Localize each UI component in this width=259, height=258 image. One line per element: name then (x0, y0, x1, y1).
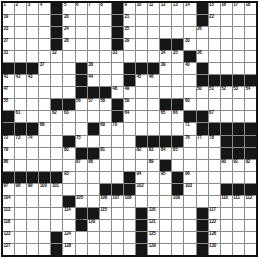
grid-cell[interactable] (76, 184, 87, 195)
grid-cell[interactable] (233, 39, 244, 50)
grid-cell[interactable]: 91 (233, 160, 244, 171)
grid-cell[interactable] (184, 220, 195, 231)
grid-cell[interactable] (27, 87, 38, 98)
grid-cell[interactable]: 26 (197, 27, 208, 38)
grid-cell[interactable] (100, 39, 111, 50)
grid-cell[interactable]: 89 (148, 160, 159, 171)
grid-cell[interactable] (15, 148, 26, 159)
grid-cell[interactable] (51, 136, 62, 147)
grid-cell[interactable] (27, 220, 38, 231)
grid-cell[interactable] (245, 244, 256, 255)
grid-cell[interactable]: 11 (148, 3, 159, 14)
grid-cell[interactable] (15, 39, 26, 50)
grid-cell[interactable] (221, 208, 232, 219)
grid-cell[interactable] (39, 39, 50, 50)
grid-cell[interactable] (209, 160, 220, 171)
grid-cell[interactable] (136, 123, 147, 134)
grid-cell[interactable] (100, 220, 111, 231)
grid-cell[interactable]: 87 (76, 160, 87, 171)
grid-cell[interactable] (39, 27, 50, 38)
grid-cell[interactable]: 69 (100, 123, 111, 134)
grid-cell[interactable] (39, 99, 50, 110)
grid-cell[interactable]: 82 (136, 148, 147, 159)
grid-cell[interactable]: 46 (148, 75, 159, 86)
grid-cell[interactable]: 111 (233, 196, 244, 207)
grid-cell[interactable]: 36 (197, 51, 208, 62)
grid-cell[interactable]: 23 (3, 27, 14, 38)
grid-cell[interactable] (245, 232, 256, 243)
grid-cell[interactable]: 92 (245, 160, 256, 171)
grid-cell[interactable] (148, 27, 159, 38)
grid-cell[interactable] (15, 220, 26, 231)
grid-cell[interactable]: 130 (209, 244, 220, 255)
grid-cell[interactable] (148, 87, 159, 98)
grid-cell[interactable]: 102 (136, 184, 147, 195)
grid-cell[interactable] (197, 184, 208, 195)
grid-cell[interactable]: 55 (3, 99, 14, 110)
grid-cell[interactable] (63, 220, 74, 231)
grid-cell[interactable] (27, 208, 38, 219)
grid-cell[interactable]: 16 (221, 3, 232, 14)
grid-cell[interactable] (124, 208, 135, 219)
grid-cell[interactable]: 54 (245, 87, 256, 98)
grid-cell[interactable]: 7 (88, 3, 99, 14)
grid-cell[interactable]: 115 (100, 208, 111, 219)
grid-cell[interactable] (184, 160, 195, 171)
grid-cell[interactable]: 27 (3, 39, 14, 50)
grid-cell[interactable] (39, 208, 50, 219)
grid-cell[interactable]: 114 (63, 208, 74, 219)
grid-cell[interactable]: 121 (148, 220, 159, 231)
grid-cell[interactable] (112, 63, 123, 74)
grid-cell[interactable]: 48 (112, 87, 123, 98)
grid-cell[interactable] (15, 99, 26, 110)
grid-cell[interactable] (124, 51, 135, 62)
grid-cell[interactable] (172, 15, 183, 26)
grid-cell[interactable]: 79 (3, 148, 14, 159)
grid-cell[interactable] (88, 111, 99, 122)
grid-cell[interactable] (51, 160, 62, 171)
grid-cell[interactable] (172, 160, 183, 171)
grid-cell[interactable]: 53 (233, 87, 244, 98)
grid-cell[interactable]: 43 (27, 75, 38, 86)
grid-cell[interactable] (209, 27, 220, 38)
grid-cell[interactable] (88, 172, 99, 183)
grid-cell[interactable] (39, 220, 50, 231)
grid-cell[interactable] (160, 232, 171, 243)
grid-cell[interactable]: 78 (209, 136, 220, 147)
grid-cell[interactable] (172, 220, 183, 231)
grid-cell[interactable]: 127 (3, 244, 14, 255)
grid-cell[interactable] (39, 148, 50, 159)
grid-cell[interactable] (148, 196, 159, 207)
grid-cell[interactable] (88, 232, 99, 243)
grid-cell[interactable]: 100 (39, 184, 50, 195)
grid-cell[interactable]: 29 (124, 39, 135, 50)
grid-cell[interactable]: 124 (63, 232, 74, 243)
grid-cell[interactable] (221, 244, 232, 255)
grid-cell[interactable] (148, 172, 159, 183)
grid-cell[interactable] (221, 220, 232, 231)
grid-cell[interactable] (27, 27, 38, 38)
grid-cell[interactable]: 60 (184, 99, 195, 110)
grid-cell[interactable]: 94 (136, 172, 147, 183)
grid-cell[interactable] (100, 232, 111, 243)
grid-cell[interactable]: 12 (160, 3, 171, 14)
grid-cell[interactable]: 128 (63, 244, 74, 255)
grid-cell[interactable] (39, 232, 50, 243)
grid-cell[interactable]: 6 (76, 3, 87, 14)
grid-cell[interactable]: 17 (233, 3, 244, 14)
grid-cell[interactable]: 118 (3, 220, 14, 231)
grid-cell[interactable] (51, 75, 62, 86)
grid-cell[interactable] (184, 208, 195, 219)
grid-cell[interactable] (233, 27, 244, 38)
grid-cell[interactable] (15, 232, 26, 243)
grid-cell[interactable]: 44 (88, 75, 99, 86)
grid-cell[interactable] (51, 196, 62, 207)
grid-cell[interactable]: 57 (88, 99, 99, 110)
grid-cell[interactable]: 107 (112, 196, 123, 207)
grid-cell[interactable]: 25 (124, 27, 135, 38)
grid-cell[interactable] (112, 232, 123, 243)
grid-cell[interactable] (160, 184, 171, 195)
grid-cell[interactable] (148, 99, 159, 110)
grid-cell[interactable] (63, 184, 74, 195)
grid-cell[interactable] (27, 148, 38, 159)
grid-cell[interactable]: 40 (184, 63, 195, 74)
grid-cell[interactable] (76, 15, 87, 26)
grid-cell[interactable] (27, 51, 38, 62)
grid-cell[interactable] (160, 208, 171, 219)
grid-cell[interactable]: 52 (221, 87, 232, 98)
grid-cell[interactable]: 2 (15, 3, 26, 14)
grid-cell[interactable] (76, 39, 87, 50)
grid-cell[interactable]: 99 (27, 184, 38, 195)
grid-cell[interactable] (100, 172, 111, 183)
grid-cell[interactable] (100, 51, 111, 62)
grid-cell[interactable]: 28 (63, 39, 74, 50)
grid-cell[interactable] (148, 184, 159, 195)
grid-cell[interactable]: 88 (88, 160, 99, 171)
grid-cell[interactable] (76, 111, 87, 122)
grid-cell[interactable] (124, 148, 135, 159)
grid-cell[interactable] (197, 196, 208, 207)
grid-cell[interactable] (124, 123, 135, 134)
grid-cell[interactable] (88, 15, 99, 26)
grid-cell[interactable]: 106 (100, 196, 111, 207)
grid-cell[interactable] (221, 63, 232, 74)
grid-cell[interactable] (112, 75, 123, 86)
grid-cell[interactable]: 86 (3, 160, 14, 171)
grid-cell[interactable]: 66 (172, 111, 183, 122)
grid-cell[interactable] (233, 63, 244, 74)
grid-cell[interactable] (221, 51, 232, 62)
grid-cell[interactable]: 123 (3, 232, 14, 243)
grid-cell[interactable] (51, 148, 62, 159)
grid-cell[interactable] (76, 244, 87, 255)
grid-cell[interactable] (124, 160, 135, 171)
grid-cell[interactable]: 8 (100, 3, 111, 14)
grid-cell[interactable] (184, 244, 195, 255)
grid-cell[interactable] (148, 111, 159, 122)
grid-cell[interactable] (136, 99, 147, 110)
grid-cell[interactable] (39, 51, 50, 62)
grid-cell[interactable]: 76 (184, 136, 195, 147)
grid-cell[interactable]: 49 (124, 87, 135, 98)
grid-cell[interactable] (160, 196, 171, 207)
grid-cell[interactable]: 45 (136, 75, 147, 86)
grid-cell[interactable] (209, 172, 220, 183)
grid-cell[interactable] (15, 208, 26, 219)
grid-cell[interactable] (76, 27, 87, 38)
grid-cell[interactable] (172, 75, 183, 86)
grid-cell[interactable]: 37 (39, 63, 50, 74)
grid-cell[interactable] (245, 63, 256, 74)
grid-cell[interactable] (76, 172, 87, 183)
grid-cell[interactable] (112, 148, 123, 159)
grid-cell[interactable] (148, 123, 159, 134)
grid-cell[interactable] (136, 87, 147, 98)
grid-cell[interactable]: 50 (197, 87, 208, 98)
grid-cell[interactable] (51, 123, 62, 134)
grid-cell[interactable] (76, 232, 87, 243)
grid-cell[interactable] (112, 208, 123, 219)
grid-cell[interactable]: 19 (3, 15, 14, 26)
grid-cell[interactable] (197, 39, 208, 50)
grid-cell[interactable]: 108 (124, 196, 135, 207)
grid-cell[interactable] (136, 196, 147, 207)
grid-cell[interactable]: 24 (63, 27, 74, 38)
grid-cell[interactable]: 90 (221, 160, 232, 171)
grid-cell[interactable] (100, 15, 111, 26)
grid-cell[interactable]: 105 (76, 196, 87, 207)
grid-cell[interactable] (184, 27, 195, 38)
grid-cell[interactable] (160, 27, 171, 38)
grid-cell[interactable] (63, 87, 74, 98)
grid-cell[interactable] (15, 27, 26, 38)
grid-cell[interactable] (88, 184, 99, 195)
grid-cell[interactable] (76, 123, 87, 134)
grid-cell[interactable]: 103 (184, 184, 195, 195)
grid-cell[interactable] (184, 148, 195, 159)
grid-cell[interactable]: 58 (100, 99, 111, 110)
grid-cell[interactable] (15, 160, 26, 171)
grid-cell[interactable] (63, 51, 74, 62)
grid-cell[interactable]: 112 (245, 196, 256, 207)
grid-cell[interactable]: 93 (63, 172, 74, 183)
grid-cell[interactable] (221, 15, 232, 26)
grid-cell[interactable] (51, 208, 62, 219)
grid-cell[interactable]: 125 (148, 232, 159, 243)
grid-cell[interactable] (63, 63, 74, 74)
grid-cell[interactable] (112, 220, 123, 231)
grid-cell[interactable] (100, 111, 111, 122)
grid-cell[interactable] (197, 160, 208, 171)
grid-cell[interactable]: 68 (39, 123, 50, 134)
grid-cell[interactable]: 83 (148, 148, 159, 159)
grid-cell[interactable]: 96 (184, 172, 195, 183)
grid-cell[interactable]: 81 (100, 148, 111, 159)
grid-cell[interactable]: 71 (184, 123, 195, 134)
grid-cell[interactable]: 117 (209, 208, 220, 219)
grid-cell[interactable] (88, 27, 99, 38)
grid-cell[interactable] (112, 160, 123, 171)
grid-cell[interactable]: 80 (63, 148, 74, 159)
grid-cell[interactable]: 74 (27, 136, 38, 147)
grid-cell[interactable] (100, 75, 111, 86)
grid-cell[interactable] (209, 148, 220, 159)
grid-cell[interactable] (100, 27, 111, 38)
grid-cell[interactable]: 116 (148, 208, 159, 219)
grid-cell[interactable] (184, 15, 195, 26)
grid-cell[interactable] (27, 111, 38, 122)
grid-cell[interactable] (51, 220, 62, 231)
grid-cell[interactable]: 39 (160, 63, 171, 74)
grid-cell[interactable] (27, 15, 38, 26)
grid-cell[interactable] (88, 136, 99, 147)
grid-cell[interactable] (27, 160, 38, 171)
grid-cell[interactable] (136, 39, 147, 50)
grid-cell[interactable] (100, 136, 111, 147)
grid-cell[interactable]: 59 (124, 99, 135, 110)
grid-cell[interactable] (39, 111, 50, 122)
grid-cell[interactable] (136, 15, 147, 26)
grid-cell[interactable] (209, 63, 220, 74)
grid-cell[interactable]: 98 (15, 184, 26, 195)
grid-cell[interactable] (39, 196, 50, 207)
grid-cell[interactable] (160, 244, 171, 255)
grid-cell[interactable]: 42 (15, 75, 26, 86)
grid-cell[interactable] (39, 160, 50, 171)
grid-cell[interactable] (221, 232, 232, 243)
grid-cell[interactable] (39, 87, 50, 98)
grid-cell[interactable]: 51 (209, 87, 220, 98)
grid-cell[interactable]: 38 (88, 63, 99, 74)
grid-cell[interactable]: 73 (15, 136, 26, 147)
grid-cell[interactable]: 20 (63, 15, 74, 26)
grid-cell[interactable] (76, 51, 87, 62)
grid-cell[interactable]: 67 (209, 111, 220, 122)
grid-cell[interactable] (233, 99, 244, 110)
grid-cell[interactable]: 64 (124, 111, 135, 122)
grid-cell[interactable] (39, 136, 50, 147)
grid-cell[interactable]: 70 (112, 123, 123, 134)
grid-cell[interactable]: 41 (3, 75, 14, 86)
grid-cell[interactable]: 5 (63, 3, 74, 14)
grid-cell[interactable]: 65 (160, 111, 171, 122)
grid-cell[interactable] (160, 87, 171, 98)
grid-cell[interactable] (51, 63, 62, 74)
grid-cell[interactable]: 110 (221, 196, 232, 207)
grid-cell[interactable] (221, 39, 232, 50)
grid-cell[interactable] (112, 244, 123, 255)
grid-cell[interactable] (221, 172, 232, 183)
grid-cell[interactable] (233, 172, 244, 183)
grid-cell[interactable]: 126 (209, 232, 220, 243)
grid-cell[interactable]: 109 (172, 196, 183, 207)
grid-cell[interactable]: 3 (27, 3, 38, 14)
grid-cell[interactable] (245, 172, 256, 183)
grid-cell[interactable] (100, 244, 111, 255)
grid-cell[interactable] (197, 172, 208, 183)
grid-cell[interactable]: 122 (209, 220, 220, 231)
grid-cell[interactable]: 97 (3, 184, 14, 195)
grid-cell[interactable] (245, 51, 256, 62)
grid-cell[interactable] (39, 244, 50, 255)
grid-cell[interactable] (27, 39, 38, 50)
grid-cell[interactable] (233, 232, 244, 243)
grid-cell[interactable] (27, 196, 38, 207)
grid-cell[interactable] (39, 15, 50, 26)
grid-cell[interactable] (209, 196, 220, 207)
grid-cell[interactable] (160, 220, 171, 231)
grid-cell[interactable] (100, 63, 111, 74)
grid-cell[interactable] (88, 39, 99, 50)
grid-cell[interactable] (221, 99, 232, 110)
grid-cell[interactable] (172, 27, 183, 38)
grid-cell[interactable]: 35 (172, 51, 183, 62)
grid-cell[interactable] (136, 111, 147, 122)
grid-cell[interactable] (245, 15, 256, 26)
grid-cell[interactable] (233, 244, 244, 255)
grid-cell[interactable] (172, 63, 183, 74)
grid-cell[interactable]: 18 (245, 3, 256, 14)
grid-cell[interactable] (27, 99, 38, 110)
grid-cell[interactable] (124, 244, 135, 255)
grid-cell[interactable] (184, 75, 195, 86)
grid-cell[interactable] (15, 196, 26, 207)
grid-cell[interactable]: 77 (197, 136, 208, 147)
grid-cell[interactable] (124, 220, 135, 231)
grid-cell[interactable] (233, 51, 244, 62)
grid-cell[interactable] (88, 196, 99, 207)
grid-cell[interactable] (233, 15, 244, 26)
grid-cell[interactable] (233, 111, 244, 122)
grid-cell[interactable]: 10 (136, 3, 147, 14)
grid-cell[interactable] (88, 51, 99, 62)
grid-cell[interactable] (209, 39, 220, 50)
grid-cell[interactable] (15, 51, 26, 62)
grid-cell[interactable] (245, 111, 256, 122)
grid-cell[interactable] (197, 148, 208, 159)
grid-cell[interactable]: 120 (88, 220, 99, 231)
grid-cell[interactable]: 84 (160, 148, 171, 159)
grid-cell[interactable] (112, 172, 123, 183)
grid-cell[interactable]: 14 (184, 3, 195, 14)
grid-cell[interactable]: 85 (172, 148, 183, 159)
grid-cell[interactable]: 113 (3, 208, 14, 219)
grid-cell[interactable] (197, 99, 208, 110)
grid-cell[interactable] (51, 87, 62, 98)
grid-cell[interactable] (39, 75, 50, 86)
grid-cell[interactable] (136, 27, 147, 38)
grid-cell[interactable] (160, 123, 171, 134)
grid-cell[interactable]: 33 (112, 51, 123, 62)
grid-cell[interactable] (172, 232, 183, 243)
grid-cell[interactable] (245, 99, 256, 110)
grid-cell[interactable] (172, 87, 183, 98)
grid-cell[interactable] (136, 160, 147, 171)
grid-cell[interactable]: 31 (3, 51, 14, 62)
grid-cell[interactable]: 62 (51, 111, 62, 122)
grid-cell[interactable]: 30 (184, 39, 195, 50)
grid-cell[interactable] (15, 15, 26, 26)
grid-cell[interactable]: 61 (15, 111, 26, 122)
grid-cell[interactable]: 22 (209, 15, 220, 26)
grid-cell[interactable] (245, 208, 256, 219)
grid-cell[interactable]: 129 (148, 244, 159, 255)
